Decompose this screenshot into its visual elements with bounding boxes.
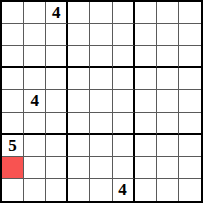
- sudoku-board: 4454: [0, 0, 203, 203]
- sudoku-cell-r1c8[interactable]: [157, 2, 179, 24]
- sudoku-cell-r9c6[interactable]: 4: [113, 179, 135, 201]
- sudoku-cell-r1c2[interactable]: [24, 2, 46, 24]
- sudoku-cell-r8c3[interactable]: [46, 157, 68, 179]
- sudoku-cell-r2c9[interactable]: [179, 24, 201, 46]
- sudoku-cell-r4c7[interactable]: [135, 68, 157, 90]
- sudoku-cell-r2c7[interactable]: [135, 24, 157, 46]
- sudoku-cell-r4c1[interactable]: [2, 68, 24, 90]
- sudoku-cell-r5c2[interactable]: 4: [24, 90, 46, 112]
- sudoku-cell-r3c1[interactable]: [2, 46, 24, 68]
- sudoku-cell-r9c2[interactable]: [24, 179, 46, 201]
- sudoku-cell-r5c1[interactable]: [2, 90, 24, 112]
- sudoku-cell-r3c8[interactable]: [157, 46, 179, 68]
- sudoku-cell-r5c4[interactable]: [68, 90, 90, 112]
- sudoku-cell-r1c6[interactable]: [113, 2, 135, 24]
- sudoku-cell-r4c4[interactable]: [68, 68, 90, 90]
- sudoku-cell-r7c1[interactable]: 5: [2, 135, 24, 157]
- sudoku-cell-r9c9[interactable]: [179, 179, 201, 201]
- sudoku-cell-r8c7[interactable]: [135, 157, 157, 179]
- sudoku-cell-r2c4[interactable]: [68, 24, 90, 46]
- sudoku-cell-r1c1[interactable]: [2, 2, 24, 24]
- sudoku-cell-r5c3[interactable]: [46, 90, 68, 112]
- sudoku-cell-r2c5[interactable]: [90, 24, 112, 46]
- sudoku-cell-r6c3[interactable]: [46, 113, 68, 135]
- sudoku-cell-r1c5[interactable]: [90, 2, 112, 24]
- sudoku-cell-r5c9[interactable]: [179, 90, 201, 112]
- sudoku-cell-r8c2[interactable]: [24, 157, 46, 179]
- sudoku-cell-r2c3[interactable]: [46, 24, 68, 46]
- sudoku-cell-r3c4[interactable]: [68, 46, 90, 68]
- sudoku-cell-r9c5[interactable]: [90, 179, 112, 201]
- sudoku-cell-r3c9[interactable]: [179, 46, 201, 68]
- sudoku-cell-r3c2[interactable]: [24, 46, 46, 68]
- sudoku-cell-r6c4[interactable]: [68, 113, 90, 135]
- sudoku-cell-r9c3[interactable]: [46, 179, 68, 201]
- sudoku-cell-r8c6[interactable]: [113, 157, 135, 179]
- sudoku-cell-r7c3[interactable]: [46, 135, 68, 157]
- sudoku-cell-r5c6[interactable]: [113, 90, 135, 112]
- sudoku-cell-r2c2[interactable]: [24, 24, 46, 46]
- sudoku-cell-r8c5[interactable]: [90, 157, 112, 179]
- sudoku-cell-r1c3[interactable]: 4: [46, 2, 68, 24]
- sudoku-cell-r8c9[interactable]: [179, 157, 201, 179]
- sudoku-cell-r8c4[interactable]: [68, 157, 90, 179]
- sudoku-cell-r4c2[interactable]: [24, 68, 46, 90]
- sudoku-cell-r1c4[interactable]: [68, 2, 90, 24]
- sudoku-cell-highlighted-r8c1[interactable]: [2, 157, 24, 179]
- sudoku-cell-r4c9[interactable]: [179, 68, 201, 90]
- sudoku-cell-r6c5[interactable]: [90, 113, 112, 135]
- sudoku-cell-r9c1[interactable]: [2, 179, 24, 201]
- sudoku-cell-r2c6[interactable]: [113, 24, 135, 46]
- sudoku-cell-r4c3[interactable]: [46, 68, 68, 90]
- sudoku-cell-r9c4[interactable]: [68, 179, 90, 201]
- sudoku-cell-r5c5[interactable]: [90, 90, 112, 112]
- sudoku-cell-r9c8[interactable]: [157, 179, 179, 201]
- sudoku-cell-r7c7[interactable]: [135, 135, 157, 157]
- sudoku-cell-r9c7[interactable]: [135, 179, 157, 201]
- sudoku-cell-r2c8[interactable]: [157, 24, 179, 46]
- sudoku-cell-r7c6[interactable]: [113, 135, 135, 157]
- sudoku-cell-r7c4[interactable]: [68, 135, 90, 157]
- sudoku-cell-r6c6[interactable]: [113, 113, 135, 135]
- sudoku-cell-r7c5[interactable]: [90, 135, 112, 157]
- sudoku-cell-r4c8[interactable]: [157, 68, 179, 90]
- sudoku-cell-r6c7[interactable]: [135, 113, 157, 135]
- sudoku-cell-r3c5[interactable]: [90, 46, 112, 68]
- sudoku-cell-r4c6[interactable]: [113, 68, 135, 90]
- sudoku-cell-r5c7[interactable]: [135, 90, 157, 112]
- sudoku-cell-r6c1[interactable]: [2, 113, 24, 135]
- sudoku-cell-r5c8[interactable]: [157, 90, 179, 112]
- sudoku-cell-r7c9[interactable]: [179, 135, 201, 157]
- sudoku-cell-r6c8[interactable]: [157, 113, 179, 135]
- sudoku-cell-r2c1[interactable]: [2, 24, 24, 46]
- sudoku-cell-r3c6[interactable]: [113, 46, 135, 68]
- sudoku-cell-r7c8[interactable]: [157, 135, 179, 157]
- sudoku-cell-r3c3[interactable]: [46, 46, 68, 68]
- sudoku-cell-r3c7[interactable]: [135, 46, 157, 68]
- sudoku-cell-r4c5[interactable]: [90, 68, 112, 90]
- sudoku-cell-r1c9[interactable]: [179, 2, 201, 24]
- sudoku-cell-r1c7[interactable]: [135, 2, 157, 24]
- sudoku-cell-r7c2[interactable]: [24, 135, 46, 157]
- sudoku-cell-r8c8[interactable]: [157, 157, 179, 179]
- sudoku-cell-r6c2[interactable]: [24, 113, 46, 135]
- sudoku-cell-r6c9[interactable]: [179, 113, 201, 135]
